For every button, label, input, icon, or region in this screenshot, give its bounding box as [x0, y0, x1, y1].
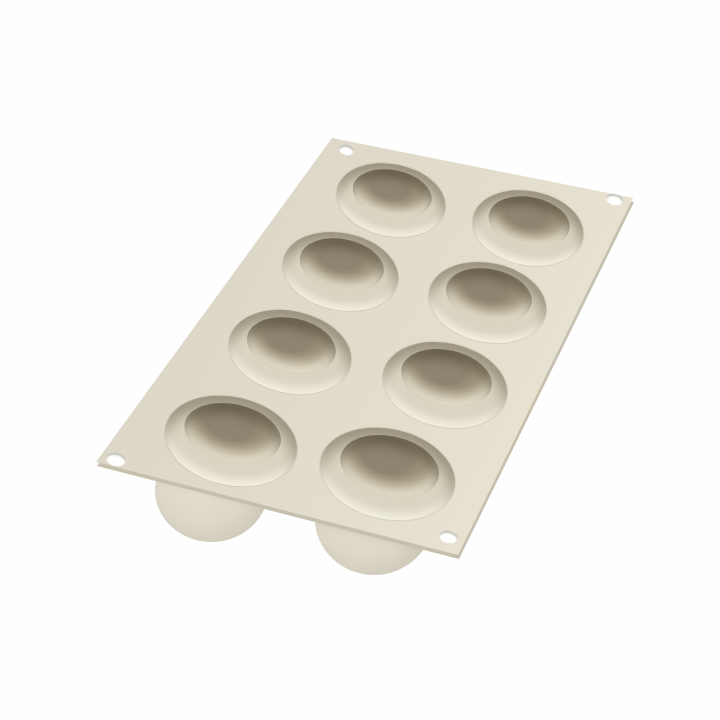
cavity-row3-left [221, 299, 359, 405]
cavity-row4-left [156, 384, 306, 499]
corner-hole-top [338, 144, 355, 157]
product-photo-silicone-mold [0, 0, 720, 720]
corner-hole-right [605, 192, 624, 206]
corner-hole-left [105, 451, 127, 468]
corner-hole-bottom [437, 529, 458, 545]
cavity-row1-left [330, 154, 452, 246]
mold-sheet-top [0, 0, 720, 720]
cavity-row2-left [275, 222, 405, 321]
cavity-row4-right [310, 415, 463, 533]
cavity-row3-right [375, 331, 516, 439]
